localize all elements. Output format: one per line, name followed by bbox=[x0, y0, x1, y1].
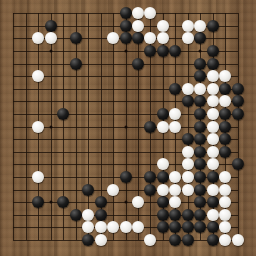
black-stone bbox=[144, 184, 156, 196]
black-stone bbox=[169, 83, 181, 95]
hoshi-star-point bbox=[49, 125, 52, 128]
white-stone bbox=[32, 121, 44, 133]
black-stone bbox=[194, 184, 206, 196]
white-stone bbox=[132, 7, 144, 19]
black-stone bbox=[82, 184, 94, 196]
white-stone bbox=[182, 158, 194, 170]
black-stone bbox=[70, 209, 82, 221]
black-stone bbox=[207, 221, 219, 233]
white-stone bbox=[132, 196, 144, 208]
white-stone bbox=[194, 20, 206, 32]
white-stone bbox=[169, 108, 181, 120]
white-stone bbox=[194, 83, 206, 95]
black-stone bbox=[120, 20, 132, 32]
black-stone bbox=[194, 95, 206, 107]
black-stone bbox=[182, 209, 194, 221]
black-stone bbox=[232, 83, 244, 95]
white-stone bbox=[219, 209, 231, 221]
white-stone bbox=[45, 32, 57, 44]
black-stone bbox=[207, 45, 219, 57]
black-stone bbox=[194, 58, 206, 70]
black-stone bbox=[120, 7, 132, 19]
white-stone bbox=[169, 184, 181, 196]
white-stone bbox=[219, 70, 231, 82]
black-stone bbox=[219, 133, 231, 145]
white-stone bbox=[232, 234, 244, 246]
black-stone bbox=[219, 83, 231, 95]
hoshi-star-point bbox=[49, 201, 52, 204]
hoshi-star-point bbox=[49, 50, 52, 53]
black-stone bbox=[194, 70, 206, 82]
black-stone bbox=[194, 32, 206, 44]
white-stone bbox=[182, 83, 194, 95]
white-stone bbox=[207, 121, 219, 133]
black-stone bbox=[182, 133, 194, 145]
hoshi-star-point bbox=[124, 50, 127, 53]
black-stone bbox=[194, 133, 206, 145]
go-board-screenshot bbox=[0, 0, 256, 256]
black-stone bbox=[194, 171, 206, 183]
white-stone bbox=[144, 234, 156, 246]
white-stone bbox=[169, 196, 181, 208]
black-stone bbox=[182, 221, 194, 233]
white-stone bbox=[207, 158, 219, 170]
white-stone bbox=[132, 221, 144, 233]
white-stone bbox=[207, 184, 219, 196]
black-stone bbox=[194, 108, 206, 120]
white-stone bbox=[207, 146, 219, 158]
black-stone bbox=[207, 234, 219, 246]
black-stone bbox=[95, 209, 107, 221]
white-stone bbox=[219, 184, 231, 196]
white-stone bbox=[95, 234, 107, 246]
black-stone bbox=[169, 234, 181, 246]
white-stone bbox=[169, 121, 181, 133]
white-stone bbox=[157, 158, 169, 170]
white-stone bbox=[182, 146, 194, 158]
black-stone bbox=[70, 58, 82, 70]
white-stone bbox=[107, 221, 119, 233]
goban[interactable] bbox=[0, 0, 256, 256]
black-stone bbox=[132, 58, 144, 70]
white-stone bbox=[169, 171, 181, 183]
white-stone bbox=[82, 221, 94, 233]
white-stone bbox=[182, 171, 194, 183]
black-stone bbox=[219, 146, 231, 158]
black-stone bbox=[207, 196, 219, 208]
grid-line-vertical bbox=[238, 13, 239, 240]
black-stone bbox=[132, 32, 144, 44]
black-stone bbox=[194, 221, 206, 233]
white-stone bbox=[157, 121, 169, 133]
white-stone bbox=[107, 184, 119, 196]
white-stone bbox=[207, 70, 219, 82]
hoshi-star-point bbox=[199, 50, 202, 53]
black-stone bbox=[120, 171, 132, 183]
black-stone bbox=[194, 121, 206, 133]
white-stone bbox=[182, 32, 194, 44]
white-stone bbox=[182, 184, 194, 196]
black-stone bbox=[70, 32, 82, 44]
black-stone bbox=[82, 234, 94, 246]
white-stone bbox=[157, 184, 169, 196]
white-stone bbox=[32, 32, 44, 44]
black-stone bbox=[232, 158, 244, 170]
black-stone bbox=[182, 234, 194, 246]
grid-line-horizontal bbox=[13, 240, 237, 241]
black-stone bbox=[182, 95, 194, 107]
white-stone bbox=[207, 83, 219, 95]
white-stone bbox=[207, 95, 219, 107]
hoshi-star-point bbox=[124, 201, 127, 204]
black-stone bbox=[32, 196, 44, 208]
black-stone bbox=[157, 221, 169, 233]
grid-line-vertical bbox=[188, 13, 189, 240]
black-stone bbox=[57, 108, 69, 120]
black-stone bbox=[157, 209, 169, 221]
white-stone bbox=[95, 221, 107, 233]
white-stone bbox=[219, 234, 231, 246]
white-stone bbox=[219, 221, 231, 233]
black-stone bbox=[207, 20, 219, 32]
hoshi-star-point bbox=[124, 125, 127, 128]
black-stone bbox=[120, 32, 132, 44]
white-stone bbox=[219, 196, 231, 208]
white-stone bbox=[207, 133, 219, 145]
white-stone bbox=[120, 221, 132, 233]
white-stone bbox=[32, 171, 44, 183]
white-stone bbox=[207, 209, 219, 221]
black-stone bbox=[157, 45, 169, 57]
black-stone bbox=[169, 221, 181, 233]
white-stone bbox=[144, 7, 156, 19]
white-stone bbox=[132, 20, 144, 32]
white-stone bbox=[219, 171, 231, 183]
black-stone bbox=[157, 171, 169, 183]
white-stone bbox=[157, 20, 169, 32]
white-stone bbox=[32, 70, 44, 82]
black-stone bbox=[232, 95, 244, 107]
white-stone bbox=[219, 95, 231, 107]
black-stone bbox=[157, 108, 169, 120]
black-stone bbox=[219, 121, 231, 133]
white-stone bbox=[182, 20, 194, 32]
black-stone bbox=[194, 209, 206, 221]
black-stone bbox=[169, 209, 181, 221]
white-stone bbox=[144, 32, 156, 44]
black-stone bbox=[144, 121, 156, 133]
black-stone bbox=[194, 158, 206, 170]
black-stone bbox=[194, 196, 206, 208]
white-stone bbox=[82, 209, 94, 221]
black-stone bbox=[57, 196, 69, 208]
black-stone bbox=[207, 58, 219, 70]
black-stone bbox=[95, 196, 107, 208]
white-stone bbox=[157, 32, 169, 44]
black-stone bbox=[144, 171, 156, 183]
black-stone bbox=[194, 146, 206, 158]
black-stone bbox=[219, 108, 231, 120]
black-stone bbox=[232, 108, 244, 120]
black-stone bbox=[45, 20, 57, 32]
black-stone bbox=[157, 196, 169, 208]
white-stone bbox=[207, 108, 219, 120]
black-stone bbox=[207, 171, 219, 183]
black-stone bbox=[169, 45, 181, 57]
white-stone bbox=[107, 32, 119, 44]
black-stone bbox=[144, 45, 156, 57]
